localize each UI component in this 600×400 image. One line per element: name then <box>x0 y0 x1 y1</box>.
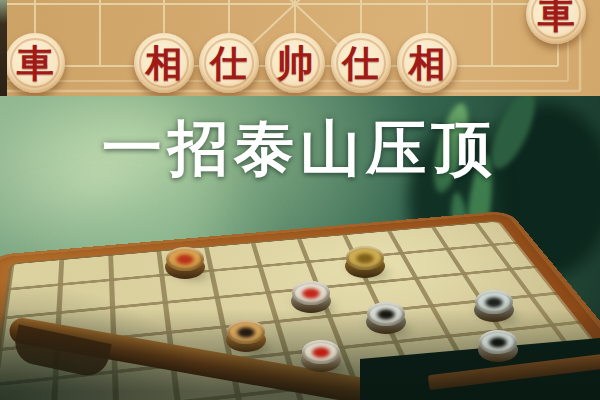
xiangqi-piece-3d-red <box>291 279 331 315</box>
xiangqi-piece-3d-black <box>226 318 266 354</box>
xiangqi-piece-3d-red <box>301 338 341 374</box>
piece-character-blur <box>174 253 196 266</box>
video-frame: 車相仕帅仕相車 一招泰山压顶 <box>0 0 600 400</box>
video-title: 一招泰山压顶 <box>0 109 600 190</box>
xiangqi-piece-3d-black <box>366 300 406 336</box>
piece-character-blur <box>235 326 257 339</box>
piece-character-blur <box>300 287 322 300</box>
scene-piece-layer <box>0 0 600 400</box>
xiangqi-piece-3d-black <box>478 328 518 364</box>
piece-character-blur <box>375 308 397 321</box>
xiangqi-piece-3d-black <box>474 288 514 324</box>
xiangqi-piece-3d-gold <box>345 244 385 280</box>
piece-character-blur <box>483 296 505 309</box>
piece-character-blur <box>487 336 509 349</box>
piece-character-blur <box>354 252 376 265</box>
piece-character-blur <box>310 346 332 359</box>
xiangqi-piece-3d-red <box>165 245 205 281</box>
